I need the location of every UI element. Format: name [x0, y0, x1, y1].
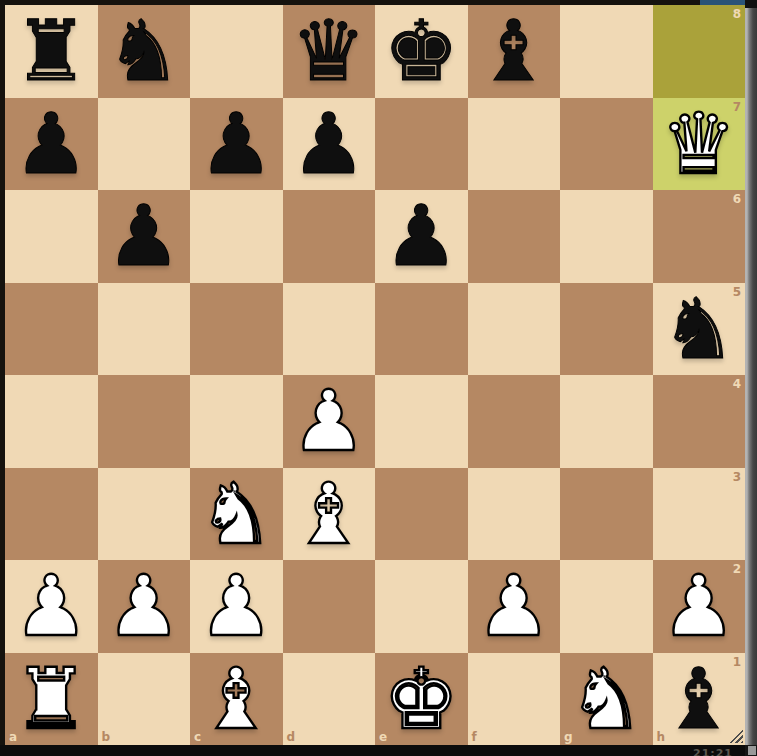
- square-e5[interactable]: [375, 283, 468, 376]
- square-b2[interactable]: ♟: [98, 560, 191, 653]
- rank-coordinate: 4: [733, 378, 741, 390]
- piece-white-king[interactable]: ♚: [384, 653, 459, 745]
- square-a1[interactable]: ♜a: [5, 653, 98, 746]
- square-h4[interactable]: 4: [653, 375, 746, 468]
- file-coordinate: d: [287, 731, 296, 743]
- square-h6[interactable]: 6: [653, 190, 746, 283]
- file-coordinate: b: [102, 731, 111, 743]
- rank-coordinate: 7: [733, 101, 741, 113]
- piece-white-pawn[interactable]: ♟: [199, 560, 274, 652]
- piece-black-queen[interactable]: ♛: [291, 5, 366, 97]
- piece-black-pawn[interactable]: ♟: [384, 190, 459, 282]
- file-coordinate: e: [379, 731, 387, 743]
- piece-white-pawn[interactable]: ♟: [476, 560, 551, 652]
- square-e1[interactable]: ♚e: [375, 653, 468, 746]
- vertical-scrollbar[interactable]: [745, 0, 757, 756]
- square-h3[interactable]: 3: [653, 468, 746, 561]
- square-e6[interactable]: ♟: [375, 190, 468, 283]
- square-b7[interactable]: [98, 98, 191, 191]
- square-g7[interactable]: [560, 98, 653, 191]
- square-g2[interactable]: [560, 560, 653, 653]
- square-f1[interactable]: f: [468, 653, 561, 746]
- piece-white-bishop[interactable]: ♝: [291, 468, 366, 560]
- square-a8[interactable]: ♜: [5, 5, 98, 98]
- rank-coordinate: 3: [733, 471, 741, 483]
- piece-black-knight[interactable]: ♞: [661, 283, 736, 375]
- piece-black-pawn[interactable]: ♟: [14, 98, 89, 190]
- square-c7[interactable]: ♟: [190, 98, 283, 191]
- piece-black-bishop[interactable]: ♝: [476, 5, 551, 97]
- rank-coordinate: 2: [733, 563, 741, 575]
- piece-white-knight[interactable]: ♞: [199, 468, 274, 560]
- square-d4[interactable]: ♟: [283, 375, 376, 468]
- piece-black-rook[interactable]: ♜: [14, 5, 89, 97]
- scrollbar-top-cap: [745, 0, 757, 8]
- rank-coordinate: 8: [733, 8, 741, 20]
- square-e3[interactable]: [375, 468, 468, 561]
- square-f5[interactable]: [468, 283, 561, 376]
- square-c6[interactable]: [190, 190, 283, 283]
- square-f4[interactable]: [468, 375, 561, 468]
- square-a7[interactable]: ♟: [5, 98, 98, 191]
- file-coordinate: g: [564, 731, 573, 743]
- square-f7[interactable]: [468, 98, 561, 191]
- square-f6[interactable]: [468, 190, 561, 283]
- square-c5[interactable]: [190, 283, 283, 376]
- square-d8[interactable]: ♛: [283, 5, 376, 98]
- square-f3[interactable]: [468, 468, 561, 561]
- piece-white-queen[interactable]: ♛: [661, 98, 736, 190]
- square-g6[interactable]: [560, 190, 653, 283]
- square-f8[interactable]: ♝: [468, 5, 561, 98]
- piece-black-pawn[interactable]: ♟: [291, 98, 366, 190]
- square-a5[interactable]: [5, 283, 98, 376]
- square-d7[interactable]: ♟: [283, 98, 376, 191]
- piece-white-pawn[interactable]: ♟: [14, 560, 89, 652]
- square-e7[interactable]: [375, 98, 468, 191]
- piece-black-pawn[interactable]: ♟: [199, 98, 274, 190]
- square-a4[interactable]: [5, 375, 98, 468]
- square-e8[interactable]: ♚: [375, 5, 468, 98]
- chess-board: ♜♞♛♚♝8♟♟♟♛7♟♟6♞5♟4♞♝3♟♟♟♟♟2♜ab♝cd♚ef♞g♝1…: [5, 5, 745, 745]
- square-d1[interactable]: d: [283, 653, 376, 746]
- piece-white-rook[interactable]: ♜: [14, 653, 89, 745]
- square-h2[interactable]: ♟2: [653, 560, 746, 653]
- piece-black-pawn[interactable]: ♟: [106, 190, 181, 282]
- rank-coordinate: 5: [733, 286, 741, 298]
- square-d3[interactable]: ♝: [283, 468, 376, 561]
- square-b4[interactable]: [98, 375, 191, 468]
- file-coordinate: c: [194, 731, 201, 743]
- square-g3[interactable]: [560, 468, 653, 561]
- rank-coordinate: 1: [733, 656, 741, 668]
- scrollbar-corner: [745, 745, 757, 756]
- file-coordinate: a: [9, 731, 17, 743]
- square-d5[interactable]: [283, 283, 376, 376]
- square-h8[interactable]: 8: [653, 5, 746, 98]
- square-g1[interactable]: ♞g: [560, 653, 653, 746]
- bottom-status-bar: 21:21: [0, 745, 745, 756]
- square-d6[interactable]: [283, 190, 376, 283]
- square-g8[interactable]: [560, 5, 653, 98]
- rank-coordinate: 6: [733, 193, 741, 205]
- piece-white-knight[interactable]: ♞: [569, 653, 644, 745]
- file-coordinate: f: [472, 731, 477, 743]
- square-c4[interactable]: [190, 375, 283, 468]
- square-c8[interactable]: [190, 5, 283, 98]
- scrollbar-corner-box: [748, 746, 756, 755]
- square-c3[interactable]: ♞: [190, 468, 283, 561]
- square-a3[interactable]: [5, 468, 98, 561]
- piece-white-pawn[interactable]: ♟: [661, 560, 736, 652]
- square-a6[interactable]: [5, 190, 98, 283]
- piece-white-bishop[interactable]: ♝: [199, 653, 274, 745]
- square-b3[interactable]: [98, 468, 191, 561]
- square-g5[interactable]: [560, 283, 653, 376]
- scrollbar-track[interactable]: [745, 8, 757, 745]
- piece-black-bishop[interactable]: ♝: [661, 653, 736, 745]
- file-coordinate: h: [657, 731, 666, 743]
- square-g4[interactable]: [560, 375, 653, 468]
- square-c1[interactable]: ♝c: [190, 653, 283, 746]
- square-b8[interactable]: ♞: [98, 5, 191, 98]
- square-h1[interactable]: ♝1h: [653, 653, 746, 746]
- square-a2[interactable]: ♟: [5, 560, 98, 653]
- square-b1[interactable]: b: [98, 653, 191, 746]
- app-window: ♜♞♛♚♝8♟♟♟♛7♟♟6♞5♟4♞♝3♟♟♟♟♟2♜ab♝cd♚ef♞g♝1…: [0, 0, 757, 756]
- piece-white-pawn[interactable]: ♟: [106, 560, 181, 652]
- piece-white-pawn[interactable]: ♟: [291, 375, 366, 467]
- square-b6[interactable]: ♟: [98, 190, 191, 283]
- square-h5[interactable]: ♞5: [653, 283, 746, 376]
- square-e4[interactable]: [375, 375, 468, 468]
- square-h7[interactable]: ♛7: [653, 98, 746, 191]
- square-d2[interactable]: [283, 560, 376, 653]
- square-e2[interactable]: [375, 560, 468, 653]
- square-c2[interactable]: ♟: [190, 560, 283, 653]
- piece-black-knight[interactable]: ♞: [106, 5, 181, 97]
- piece-black-king[interactable]: ♚: [384, 5, 459, 97]
- square-f2[interactable]: ♟: [468, 560, 561, 653]
- clock-text: 21:21: [693, 747, 733, 756]
- square-b5[interactable]: [98, 283, 191, 376]
